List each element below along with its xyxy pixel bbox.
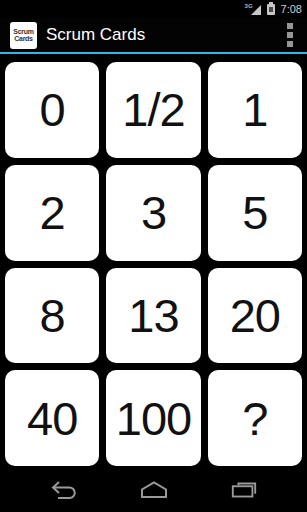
signal-triangle-icon [251,5,261,15]
card-100[interactable]: 100 [106,370,200,466]
card-40[interactable]: 40 [5,370,99,466]
back-button[interactable] [50,479,78,501]
app-launcher-icon: Scrum Cards [10,22,37,49]
card-8[interactable]: 8 [5,268,99,364]
app-icon-text-line2: Cards [14,35,32,43]
action-bar: Scrum Cards Scrum Cards [0,18,307,52]
signal-icon: 3G [245,3,261,15]
card-2[interactable]: 2 [5,165,99,261]
overflow-menu-icon [287,32,293,38]
card-question[interactable]: ? [208,370,302,466]
phone-screen: 3G 7:08 Scrum Cards Scrum Cards 0 1/2 1 … [0,0,307,512]
card-5[interactable]: 5 [208,165,302,261]
status-time: 7:08 [281,3,302,15]
recents-icon [230,480,258,500]
card-3[interactable]: 3 [106,165,200,261]
overflow-menu-icon [287,41,293,47]
home-icon [140,481,168,499]
recents-button[interactable] [230,479,258,501]
status-bar: 3G 7:08 [0,0,307,18]
overflow-menu-icon [287,23,293,29]
card-half[interactable]: 1/2 [106,62,200,158]
card-13[interactable]: 13 [106,268,200,364]
page-title: Scrum Cards [46,25,275,45]
navigation-bar [0,468,307,512]
card-grid: 0 1/2 1 2 3 5 8 13 20 40 100 ? [0,54,307,468]
home-button[interactable] [140,479,168,501]
overflow-menu-button[interactable] [275,18,305,52]
card-1[interactable]: 1 [208,62,302,158]
battery-icon [267,4,275,15]
back-icon [50,480,78,500]
card-0[interactable]: 0 [5,62,99,158]
card-20[interactable]: 20 [208,268,302,364]
app-icon-text-line1: Scrum [13,28,33,36]
